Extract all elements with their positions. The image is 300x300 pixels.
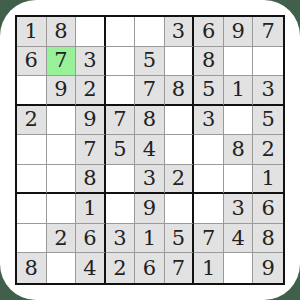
cell-r1c7[interactable]: 6 (194, 17, 224, 47)
cell-r7c9[interactable]: 6 (253, 194, 283, 224)
cell-r5c6[interactable] (165, 135, 195, 165)
cell-r9c4[interactable]: 2 (106, 253, 136, 283)
cell-r4c3[interactable]: 9 (76, 106, 106, 136)
cell-r1c8[interactable]: 9 (224, 17, 254, 47)
cell-r9c3[interactable]: 4 (76, 253, 106, 283)
cell-r1c2[interactable]: 8 (47, 17, 77, 47)
cell-r4c4[interactable]: 7 (106, 106, 136, 136)
app-card: 1836976735892785132978357548283211936263… (0, 0, 300, 300)
cell-r1c4[interactable] (106, 17, 136, 47)
cell-r1c5[interactable] (135, 17, 165, 47)
cell-r2c5[interactable]: 5 (135, 47, 165, 77)
cell-r5c1[interactable] (17, 135, 47, 165)
cell-r9c9[interactable]: 9 (253, 253, 283, 283)
cell-r4c7[interactable]: 3 (194, 106, 224, 136)
cell-r4c1[interactable]: 2 (17, 106, 47, 136)
cell-r7c1[interactable] (17, 194, 47, 224)
cell-r9c2[interactable] (47, 253, 77, 283)
cell-r4c2[interactable] (47, 106, 77, 136)
cell-r6c4[interactable] (106, 165, 136, 195)
cell-r3c9[interactable]: 3 (253, 76, 283, 106)
cell-r7c2[interactable] (47, 194, 77, 224)
cell-r3c2[interactable]: 9 (47, 76, 77, 106)
cell-r6c9[interactable]: 1 (253, 165, 283, 195)
sudoku-board: 1836976735892785132978357548283211936263… (15, 15, 285, 285)
cell-r8c4[interactable]: 3 (106, 224, 136, 254)
cell-r7c4[interactable] (106, 194, 136, 224)
cell-r3c8[interactable]: 1 (224, 76, 254, 106)
cell-r8c6[interactable]: 5 (165, 224, 195, 254)
cell-r6c6[interactable]: 2 (165, 165, 195, 195)
cell-r1c9[interactable]: 7 (253, 17, 283, 47)
cell-r2c4[interactable] (106, 47, 136, 77)
cell-r2c6[interactable] (165, 47, 195, 77)
cell-r5c5[interactable]: 4 (135, 135, 165, 165)
cell-r8c2[interactable]: 2 (47, 224, 77, 254)
cell-r5c3[interactable]: 7 (76, 135, 106, 165)
cell-r2c2[interactable]: 7 (47, 47, 77, 77)
cell-r3c7[interactable]: 5 (194, 76, 224, 106)
cell-r2c1[interactable]: 6 (17, 47, 47, 77)
cell-r9c5[interactable]: 6 (135, 253, 165, 283)
cell-r5c4[interactable]: 5 (106, 135, 136, 165)
cell-r1c6[interactable]: 3 (165, 17, 195, 47)
cell-r6c1[interactable] (17, 165, 47, 195)
cell-r5c8[interactable]: 8 (224, 135, 254, 165)
cell-r6c7[interactable] (194, 165, 224, 195)
cell-r9c6[interactable]: 7 (165, 253, 195, 283)
cell-r5c2[interactable] (47, 135, 77, 165)
cell-r8c5[interactable]: 1 (135, 224, 165, 254)
cell-r6c2[interactable] (47, 165, 77, 195)
cell-r1c1[interactable]: 1 (17, 17, 47, 47)
cell-r3c6[interactable]: 8 (165, 76, 195, 106)
cell-r9c8[interactable] (224, 253, 254, 283)
cell-r2c3[interactable]: 3 (76, 47, 106, 77)
cell-r5c7[interactable] (194, 135, 224, 165)
cell-r7c3[interactable]: 1 (76, 194, 106, 224)
cell-r6c5[interactable]: 3 (135, 165, 165, 195)
cell-r8c1[interactable] (17, 224, 47, 254)
cell-r9c1[interactable]: 8 (17, 253, 47, 283)
cell-r3c3[interactable]: 2 (76, 76, 106, 106)
cell-r7c8[interactable]: 3 (224, 194, 254, 224)
cell-r2c8[interactable] (224, 47, 254, 77)
cell-r4c8[interactable] (224, 106, 254, 136)
cell-r1c3[interactable] (76, 17, 106, 47)
cell-r5c9[interactable]: 2 (253, 135, 283, 165)
cell-r8c3[interactable]: 6 (76, 224, 106, 254)
cell-r4c9[interactable]: 5 (253, 106, 283, 136)
cell-r6c8[interactable] (224, 165, 254, 195)
cell-r8c9[interactable]: 8 (253, 224, 283, 254)
cell-r2c7[interactable]: 8 (194, 47, 224, 77)
cell-r7c5[interactable]: 9 (135, 194, 165, 224)
cell-r8c8[interactable]: 4 (224, 224, 254, 254)
cell-r3c1[interactable] (17, 76, 47, 106)
cell-r6c3[interactable]: 8 (76, 165, 106, 195)
cell-r2c9[interactable] (253, 47, 283, 77)
cell-r4c5[interactable]: 8 (135, 106, 165, 136)
cell-r7c6[interactable] (165, 194, 195, 224)
cell-r8c7[interactable]: 7 (194, 224, 224, 254)
cell-r3c5[interactable]: 7 (135, 76, 165, 106)
cell-r9c7[interactable]: 1 (194, 253, 224, 283)
cell-r4c6[interactable] (165, 106, 195, 136)
cell-r3c4[interactable] (106, 76, 136, 106)
cell-r7c7[interactable] (194, 194, 224, 224)
